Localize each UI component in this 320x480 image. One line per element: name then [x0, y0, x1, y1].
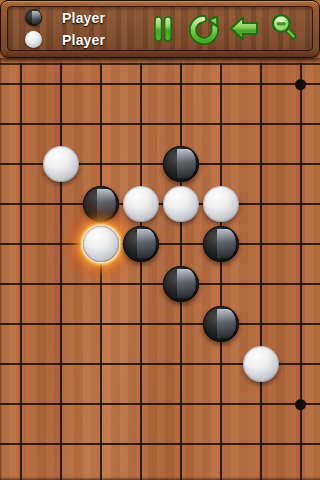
grid-line-horizontal — [0, 123, 320, 125]
toolbar-buttons — [142, 9, 306, 48]
left-edge-vignette — [0, 58, 2, 480]
app-screen: Player Player — [0, 0, 320, 480]
stone-white-last-move — [83, 226, 119, 262]
grid-line-vertical — [60, 63, 62, 480]
toolbar: Player Player — [0, 0, 320, 58]
grid-line-horizontal — [0, 403, 320, 405]
board[interactable] — [0, 0, 320, 480]
grid-line-vertical — [100, 63, 102, 480]
undo-rotate-icon — [186, 11, 222, 47]
toolbar-inner: Player Player — [7, 6, 313, 51]
stone-white — [203, 186, 239, 222]
pause-icon — [146, 12, 180, 46]
grid-line-vertical — [260, 63, 262, 480]
grid-line-horizontal — [0, 323, 320, 325]
zoom-out-magnifier-icon — [268, 11, 304, 47]
white-stone-icon — [25, 31, 42, 48]
stone-white — [123, 186, 159, 222]
grid-line-vertical — [140, 63, 142, 480]
player-list: Player Player — [8, 8, 105, 49]
player-black-name: Player — [62, 10, 105, 26]
grid-line-horizontal — [0, 83, 320, 85]
pause-button[interactable] — [142, 7, 183, 51]
header-shadow-line — [0, 63, 320, 65]
stone-white — [43, 146, 79, 182]
back-button[interactable] — [224, 7, 265, 51]
undo-button[interactable] — [183, 7, 224, 51]
back-arrow-icon — [227, 11, 263, 47]
stone-black — [123, 226, 159, 262]
star-point — [295, 399, 306, 410]
black-stone-icon — [25, 9, 42, 26]
stone-black — [163, 266, 199, 302]
grid-line-horizontal — [0, 443, 320, 445]
grid-line-vertical — [300, 63, 302, 480]
stone-black — [203, 306, 239, 342]
grid-line-vertical — [20, 63, 22, 480]
stone-black — [83, 186, 119, 222]
grid-line-horizontal — [0, 243, 320, 245]
stone-white — [163, 186, 199, 222]
grid-line-horizontal — [0, 203, 320, 205]
player-white-row: Player — [25, 30, 105, 49]
stone-white — [243, 346, 279, 382]
zoom-out-button[interactable] — [265, 7, 306, 51]
stone-black — [163, 146, 199, 182]
grid-line-vertical — [220, 63, 222, 480]
star-point — [295, 79, 306, 90]
stone-black — [203, 226, 239, 262]
player-white-name: Player — [62, 32, 105, 48]
grid-line-horizontal — [0, 283, 320, 285]
player-black-row: Player — [25, 8, 105, 27]
